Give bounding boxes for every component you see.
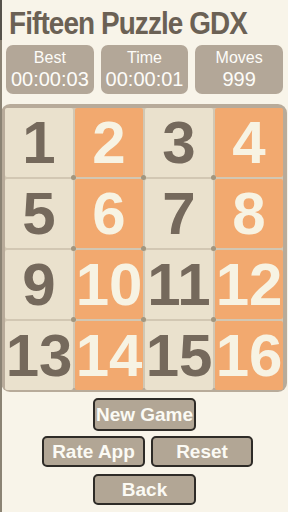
new-game-button[interactable]: New Game (93, 398, 196, 431)
back-button[interactable]: Back (93, 474, 196, 505)
tile-12[interactable]: 12 (215, 250, 283, 319)
tile-3[interactable]: 3 (145, 108, 213, 177)
stats-row: Best 00:00:03 Time 00:00:01 Moves 999 (6, 45, 283, 94)
time-label: Time (127, 49, 162, 67)
tile-10[interactable]: 10 (75, 250, 143, 319)
board-panel: 12345678910111213141516 (1, 104, 287, 392)
tile-15[interactable]: 15 (145, 321, 213, 390)
time-value: 00:00:01 (106, 68, 184, 90)
best-stat: Best 00:00:03 (6, 45, 94, 94)
app-screen: Fifteen Puzzle GDX Best 00:00:03 Time 00… (0, 0, 288, 512)
best-value: 00:00:03 (11, 68, 89, 90)
best-label: Best (34, 49, 66, 67)
tile-7[interactable]: 7 (145, 179, 213, 248)
tile-6[interactable]: 6 (75, 179, 143, 248)
tile-2[interactable]: 2 (75, 108, 143, 177)
tile-11[interactable]: 11 (145, 250, 213, 319)
tile-14[interactable]: 14 (75, 321, 143, 390)
tile-4[interactable]: 4 (215, 108, 283, 177)
page-title: Fifteen Puzzle GDX (9, 6, 247, 42)
screen-edge-line (0, 0, 2, 512)
moves-label: Moves (216, 49, 263, 67)
tile-9[interactable]: 9 (5, 250, 73, 319)
tile-5[interactable]: 5 (5, 179, 73, 248)
tile-16[interactable]: 16 (215, 321, 283, 390)
tile-13[interactable]: 13 (5, 321, 73, 390)
moves-value: 999 (222, 68, 255, 90)
reset-button[interactable]: Reset (151, 436, 253, 467)
rate-app-button[interactable]: Rate App (42, 436, 145, 467)
puzzle-board: 12345678910111213141516 (5, 108, 283, 388)
tile-8[interactable]: 8 (215, 179, 283, 248)
moves-stat: Moves 999 (195, 45, 283, 94)
time-stat: Time 00:00:01 (101, 45, 189, 94)
tile-1[interactable]: 1 (5, 108, 73, 177)
